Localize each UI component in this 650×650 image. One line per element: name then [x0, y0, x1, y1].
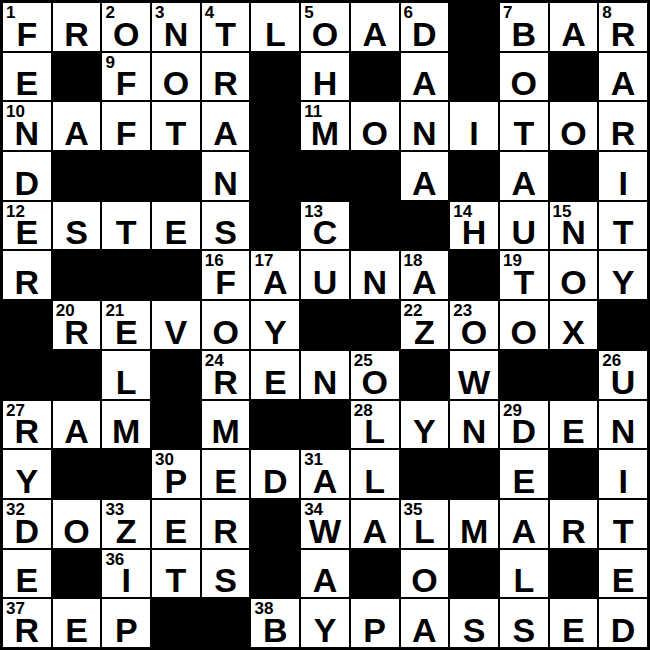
cell-r2c10[interactable]: T	[500, 102, 548, 150]
cell-letter: A	[599, 66, 647, 100]
crossword-board: 1FR2O3N4TL5OA6D7BA8RE9FORHAOA10NAFTA11MO…	[0, 0, 650, 650]
cell-r9c6[interactable]: 31A	[301, 450, 349, 498]
cell-letter: O	[102, 17, 150, 51]
block-cell-r11c1	[53, 550, 101, 598]
cell-r4c2[interactable]: T	[102, 202, 150, 250]
cell-r9c4[interactable]: E	[202, 450, 250, 498]
block-cell-r9c8	[401, 450, 449, 498]
cell-letter: E	[3, 66, 51, 100]
cell-letter: R	[3, 265, 51, 299]
cell-r4c11[interactable]: 15N	[550, 202, 598, 250]
cell-letter: A	[401, 166, 449, 200]
cell-r12c9[interactable]: S	[450, 599, 498, 647]
cell-r0c3[interactable]: 3N	[152, 3, 200, 51]
cell-letter: O	[500, 315, 548, 349]
cell-letter: O	[301, 17, 349, 51]
cell-r2c1[interactable]: A	[53, 102, 101, 150]
cell-r10c4[interactable]: R	[202, 500, 250, 548]
cell-r2c9[interactable]: I	[450, 102, 498, 150]
block-cell-r6c7	[351, 301, 399, 349]
block-cell-r8c3	[152, 401, 200, 449]
cell-r11c12[interactable]: E	[599, 550, 647, 598]
cell-letter: S	[53, 215, 101, 249]
cell-r4c1[interactable]: S	[53, 202, 101, 250]
cell-letter: T	[599, 215, 647, 249]
cell-letter: T	[599, 514, 647, 548]
cell-r8c8[interactable]: Y	[401, 401, 449, 449]
block-cell-r3c6	[301, 152, 349, 200]
cell-r2c8[interactable]: N	[401, 102, 449, 150]
cell-r4c0[interactable]: 12E	[3, 202, 51, 250]
block-cell-r4c8	[401, 202, 449, 250]
cell-letter: R	[53, 315, 101, 349]
block-cell-r9c9	[450, 450, 498, 498]
cell-letter: O	[351, 365, 399, 399]
cell-r0c10[interactable]: 7B	[500, 3, 548, 51]
cell-letter: R	[599, 116, 647, 150]
block-cell-r1c7	[351, 53, 399, 101]
cell-r8c7[interactable]: 28L	[351, 401, 399, 449]
cell-r1c12[interactable]: A	[599, 53, 647, 101]
cell-letter: S	[450, 613, 498, 647]
cell-letter: M	[102, 414, 150, 448]
block-cell-r5c2	[102, 251, 150, 299]
cell-r5c4[interactable]: 16F	[202, 251, 250, 299]
block-cell-r6c6	[301, 301, 349, 349]
cell-r6c4[interactable]: O	[202, 301, 250, 349]
cell-r3c12[interactable]: I	[599, 152, 647, 200]
cell-r2c11[interactable]: O	[550, 102, 598, 150]
cell-r2c0[interactable]: 10N	[3, 102, 51, 150]
cell-r0c8[interactable]: 6D	[401, 3, 449, 51]
cell-letter: T	[500, 116, 548, 150]
block-cell-r7c10	[500, 351, 548, 399]
cell-r6c5[interactable]: Y	[251, 301, 299, 349]
cell-letter: C	[301, 215, 349, 249]
cell-r10c7[interactable]: A	[351, 500, 399, 548]
cell-letter: A	[301, 563, 349, 597]
cell-r1c4[interactable]: R	[202, 53, 250, 101]
cell-letter: A	[351, 514, 399, 548]
cell-r11c2[interactable]: 36I	[102, 550, 150, 598]
cell-letter: Y	[251, 315, 299, 349]
cell-letter: E	[53, 613, 101, 647]
cell-letter: I	[102, 563, 150, 597]
cell-letter: D	[500, 414, 548, 448]
cell-r12c6[interactable]: Y	[301, 599, 349, 647]
cell-r0c1[interactable]: R	[53, 3, 101, 51]
cell-r8c11[interactable]: E	[550, 401, 598, 449]
cell-letter: A	[500, 166, 548, 200]
cell-letter: S	[202, 215, 250, 249]
cell-letter: R	[202, 365, 250, 399]
cell-r0c2[interactable]: 2O	[102, 3, 150, 51]
cell-letter: W	[450, 365, 498, 399]
cell-r9c5[interactable]: D	[251, 450, 299, 498]
cell-letter: L	[500, 563, 548, 597]
cell-letter: A	[401, 613, 449, 647]
cell-letter: F	[102, 116, 150, 150]
cell-letter: R	[3, 414, 51, 448]
cell-r5c10[interactable]: 19T	[500, 251, 548, 299]
cell-r10c12[interactable]: T	[599, 500, 647, 548]
cell-r5c5[interactable]: 17A	[251, 251, 299, 299]
cell-r12c2[interactable]: P	[102, 599, 150, 647]
cell-r3c8[interactable]: A	[401, 152, 449, 200]
cell-letter: T	[202, 17, 250, 51]
block-cell-r7c8	[401, 351, 449, 399]
cell-letter: N	[351, 265, 399, 299]
cell-r12c0[interactable]: 37R	[3, 599, 51, 647]
block-cell-r7c3	[152, 351, 200, 399]
cell-letter: T	[102, 215, 150, 249]
cell-r7c7[interactable]: 25O	[351, 351, 399, 399]
cell-letter: O	[152, 66, 200, 100]
cell-letter: A	[401, 265, 449, 299]
cell-r8c10[interactable]: 29D	[500, 401, 548, 449]
cell-r3c4[interactable]: N	[202, 152, 250, 200]
cell-r0c6[interactable]: 5O	[301, 3, 349, 51]
block-cell-r12c3	[152, 599, 200, 647]
cell-letter: P	[152, 464, 200, 498]
cell-letter: O	[202, 315, 250, 349]
cell-letter: L	[102, 365, 150, 399]
block-cell-r7c11	[550, 351, 598, 399]
cell-r10c9[interactable]: M	[450, 500, 498, 548]
cell-r3c10[interactable]: A	[500, 152, 548, 200]
cell-r8c4[interactable]: M	[202, 401, 250, 449]
cell-r10c1[interactable]: O	[53, 500, 101, 548]
cell-r8c9[interactable]: N	[450, 401, 498, 449]
block-cell-r3c2	[102, 152, 150, 200]
cell-letter: L	[251, 17, 299, 51]
cell-r10c10[interactable]: A	[500, 500, 548, 548]
cell-r8c0[interactable]: 27R	[3, 401, 51, 449]
cell-r5c6[interactable]: U	[301, 251, 349, 299]
cell-r5c11[interactable]: O	[550, 251, 598, 299]
cell-letter: L	[401, 514, 449, 548]
cell-r7c4[interactable]: 24R	[202, 351, 250, 399]
cell-r2c12[interactable]: R	[599, 102, 647, 150]
block-cell-r11c7	[351, 550, 399, 598]
cell-letter: L	[351, 464, 399, 498]
cell-r7c2[interactable]: L	[102, 351, 150, 399]
cell-letter: O	[401, 563, 449, 597]
cell-letter: O	[450, 315, 498, 349]
cell-letter: I	[599, 464, 647, 498]
block-cell-r4c5	[251, 202, 299, 250]
cell-letter: X	[550, 315, 598, 349]
cell-letter: A	[202, 116, 250, 150]
cell-r11c0[interactable]: E	[3, 550, 51, 598]
cell-letter: Y	[599, 265, 647, 299]
cell-letter: M	[301, 116, 349, 150]
block-cell-r1c5	[251, 53, 299, 101]
cell-letter: O	[53, 514, 101, 548]
cell-r8c1[interactable]: A	[53, 401, 101, 449]
cell-letter: F	[3, 17, 51, 51]
cell-letter: B	[500, 17, 548, 51]
cell-letter: Z	[401, 315, 449, 349]
cell-r7c12[interactable]: 26U	[599, 351, 647, 399]
cell-letter: N	[401, 116, 449, 150]
cell-r5c0[interactable]: R	[3, 251, 51, 299]
cell-letter: N	[301, 365, 349, 399]
cell-r2c7[interactable]: O	[351, 102, 399, 150]
cell-r0c4[interactable]: 4T	[202, 3, 250, 51]
cell-letter: R	[3, 613, 51, 647]
cell-r5c8[interactable]: 18A	[401, 251, 449, 299]
cell-letter: N	[550, 215, 598, 249]
cell-letter: Y	[301, 613, 349, 647]
cell-r6c10[interactable]: O	[500, 301, 548, 349]
cell-r1c3[interactable]: O	[152, 53, 200, 101]
block-cell-r1c11	[550, 53, 598, 101]
cell-letter: O	[351, 116, 399, 150]
cell-r1c2[interactable]: 9F	[102, 53, 150, 101]
cell-letter: U	[301, 265, 349, 299]
cell-letter: E	[500, 464, 548, 498]
cell-letter: T	[152, 563, 200, 597]
cell-r6c8[interactable]: 22Z	[401, 301, 449, 349]
cell-r2c2[interactable]: F	[102, 102, 150, 150]
block-cell-r12c4	[202, 599, 250, 647]
cell-letter: E	[550, 613, 598, 647]
cell-letter: O	[550, 116, 598, 150]
cell-letter: E	[3, 563, 51, 597]
cell-letter: N	[450, 414, 498, 448]
cell-r2c4[interactable]: A	[202, 102, 250, 150]
cell-letter: D	[3, 166, 51, 200]
cell-r6c1[interactable]: 20R	[53, 301, 101, 349]
cell-r7c9[interactable]: W	[450, 351, 498, 399]
cell-letter: Z	[102, 514, 150, 548]
block-cell-r6c12	[599, 301, 647, 349]
block-cell-r2c5	[251, 102, 299, 150]
cell-letter: M	[202, 414, 250, 448]
block-cell-r0c9	[450, 3, 498, 51]
cell-letter: R	[53, 17, 101, 51]
cell-r3c0[interactable]: D	[3, 152, 51, 200]
cell-letter: H	[301, 66, 349, 100]
cell-letter: Y	[401, 414, 449, 448]
cell-letter: F	[202, 265, 250, 299]
cell-letter: E	[152, 514, 200, 548]
block-cell-r1c9	[450, 53, 498, 101]
cell-r10c11[interactable]: R	[550, 500, 598, 548]
cell-r10c6[interactable]: 34W	[301, 500, 349, 548]
block-cell-r10c5	[251, 500, 299, 548]
cell-letter: D	[3, 514, 51, 548]
cell-letter: D	[401, 17, 449, 51]
cell-letter: A	[53, 116, 101, 150]
cell-r9c12[interactable]: I	[599, 450, 647, 498]
cell-letter: U	[500, 215, 548, 249]
cell-r1c0[interactable]: E	[3, 53, 51, 101]
block-cell-r3c3	[152, 152, 200, 200]
block-cell-r11c11	[550, 550, 598, 598]
cell-r11c4[interactable]: S	[202, 550, 250, 598]
cell-letter: F	[102, 66, 150, 100]
cell-r6c2[interactable]: 21E	[102, 301, 150, 349]
cell-r0c0[interactable]: 1F	[3, 3, 51, 51]
block-cell-r9c11	[550, 450, 598, 498]
cell-r12c5[interactable]: 38B	[251, 599, 299, 647]
cell-r2c3[interactable]: T	[152, 102, 200, 150]
cell-letter: E	[599, 563, 647, 597]
cell-r4c6[interactable]: 13C	[301, 202, 349, 250]
block-cell-r6c0	[3, 301, 51, 349]
cell-letter: E	[152, 215, 200, 249]
cell-letter: A	[53, 414, 101, 448]
cell-r1c10[interactable]: O	[500, 53, 548, 101]
cell-letter: V	[152, 315, 200, 349]
cell-letter: D	[599, 613, 647, 647]
cell-r4c12[interactable]: T	[599, 202, 647, 250]
cell-letter: Y	[3, 464, 51, 498]
cell-r11c8[interactable]: O	[401, 550, 449, 598]
block-cell-r9c2	[102, 450, 150, 498]
cell-letter: S	[202, 563, 250, 597]
cell-letter: E	[202, 464, 250, 498]
cell-letter: L	[351, 414, 399, 448]
cell-letter: U	[599, 365, 647, 399]
block-cell-r11c5	[251, 550, 299, 598]
cell-r4c4[interactable]: S	[202, 202, 250, 250]
cell-r6c3[interactable]: V	[152, 301, 200, 349]
cell-r9c7[interactable]: L	[351, 450, 399, 498]
block-cell-r1c1	[53, 53, 101, 101]
block-cell-r8c5	[251, 401, 299, 449]
block-cell-r8c6	[301, 401, 349, 449]
block-cell-r3c5	[251, 152, 299, 200]
cell-r5c7[interactable]: N	[351, 251, 399, 299]
block-cell-r9c1	[53, 450, 101, 498]
cell-letter: N	[599, 414, 647, 448]
block-cell-r3c1	[53, 152, 101, 200]
cell-r9c10[interactable]: E	[500, 450, 548, 498]
cell-r12c7[interactable]: P	[351, 599, 399, 647]
cell-r12c12[interactable]: D	[599, 599, 647, 647]
cell-letter: M	[450, 514, 498, 548]
cell-letter: P	[351, 613, 399, 647]
cell-r5c12[interactable]: Y	[599, 251, 647, 299]
cell-r7c5[interactable]: E	[251, 351, 299, 399]
cell-letter: A	[401, 66, 449, 100]
cell-r11c6[interactable]: A	[301, 550, 349, 598]
cell-r4c3[interactable]: E	[152, 202, 200, 250]
block-cell-r3c9	[450, 152, 498, 200]
cell-r10c3[interactable]: E	[152, 500, 200, 548]
block-cell-r3c7	[351, 152, 399, 200]
cell-r1c6[interactable]: H	[301, 53, 349, 101]
cell-letter: O	[550, 265, 598, 299]
cell-r10c0[interactable]: 32D	[3, 500, 51, 548]
block-cell-r7c0	[3, 351, 51, 399]
cell-r11c10[interactable]: L	[500, 550, 548, 598]
cell-r4c9[interactable]: 14H	[450, 202, 498, 250]
block-cell-r5c1	[53, 251, 101, 299]
cell-r10c8[interactable]: 35L	[401, 500, 449, 548]
cell-letter: A	[251, 265, 299, 299]
cell-letter: E	[251, 365, 299, 399]
block-cell-r11c9	[450, 550, 498, 598]
cell-letter: D	[251, 464, 299, 498]
cell-r11c3[interactable]: T	[152, 550, 200, 598]
cell-letter: N	[3, 116, 51, 150]
cell-r6c11[interactable]: X	[550, 301, 598, 349]
cell-r0c11[interactable]: A	[550, 3, 598, 51]
cell-r6c9[interactable]: 23O	[450, 301, 498, 349]
cell-letter: I	[599, 166, 647, 200]
cell-letter: R	[599, 17, 647, 51]
cell-letter: R	[202, 514, 250, 548]
cell-letter: N	[152, 17, 200, 51]
cell-r2c6[interactable]: 11M	[301, 102, 349, 150]
cell-letter: B	[251, 613, 299, 647]
cell-r7c6[interactable]: N	[301, 351, 349, 399]
cell-letter: T	[152, 116, 200, 150]
cell-letter: W	[301, 514, 349, 548]
cell-r9c3[interactable]: 30P	[152, 450, 200, 498]
cell-r12c1[interactable]: E	[53, 599, 101, 647]
block-cell-r5c9	[450, 251, 498, 299]
cell-letter: N	[202, 166, 250, 200]
cell-r12c11[interactable]: E	[550, 599, 598, 647]
cell-r4c10[interactable]: U	[500, 202, 548, 250]
cell-letter: I	[450, 116, 498, 150]
cell-r8c12[interactable]: N	[599, 401, 647, 449]
block-cell-r7c1	[53, 351, 101, 399]
cell-r12c8[interactable]: A	[401, 599, 449, 647]
cell-letter: R	[550, 514, 598, 548]
cell-r1c8[interactable]: A	[401, 53, 449, 101]
cell-letter: O	[500, 66, 548, 100]
cell-letter: S	[500, 613, 548, 647]
cell-letter: P	[102, 613, 150, 647]
cell-letter: E	[3, 215, 51, 249]
cell-letter: A	[301, 464, 349, 498]
cell-r0c5[interactable]: L	[251, 3, 299, 51]
block-cell-r3c11	[550, 152, 598, 200]
cell-r12c10[interactable]: S	[500, 599, 548, 647]
cell-letter: E	[550, 414, 598, 448]
block-cell-r5c3	[152, 251, 200, 299]
cell-letter: A	[550, 17, 598, 51]
cell-letter: A	[351, 17, 399, 51]
cell-letter: A	[500, 514, 548, 548]
cell-r0c7[interactable]: A	[351, 3, 399, 51]
block-cell-r4c7	[351, 202, 399, 250]
cell-r8c2[interactable]: M	[102, 401, 150, 449]
cell-letter: E	[102, 315, 150, 349]
cell-letter: H	[450, 215, 498, 249]
cell-letter: T	[500, 265, 548, 299]
cell-r0c12[interactable]: 8R	[599, 3, 647, 51]
cell-letter: R	[202, 66, 250, 100]
cell-r10c2[interactable]: 33Z	[102, 500, 150, 548]
cell-r9c0[interactable]: Y	[3, 450, 51, 498]
